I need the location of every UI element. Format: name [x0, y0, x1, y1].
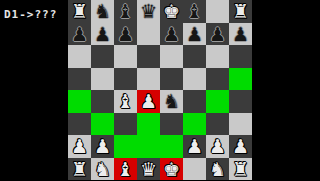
square-d8[interactable]: ♛	[137, 0, 160, 23]
black-pawn-icon: ♟	[94, 23, 111, 46]
square-f4[interactable]	[183, 90, 206, 113]
square-b8[interactable]: ♞	[91, 0, 114, 23]
square-b7[interactable]: ♟	[91, 23, 114, 46]
white-rook-icon: ♜	[232, 158, 249, 181]
square-e8[interactable]: ♚	[160, 0, 183, 23]
square-h4[interactable]	[229, 90, 252, 113]
square-e4[interactable]: ♞	[160, 90, 183, 113]
black-pawn-icon: ♟	[117, 23, 134, 46]
square-e7[interactable]: ♟	[160, 23, 183, 46]
black-pawn-icon: ♟	[209, 23, 226, 46]
square-h3[interactable]	[229, 113, 252, 136]
square-b6[interactable]	[91, 45, 114, 68]
white-rook-icon: ♜	[71, 158, 88, 181]
square-d5[interactable]	[137, 68, 160, 91]
square-e1[interactable]: ♚	[160, 158, 183, 181]
white-knight-icon: ♞	[94, 158, 111, 181]
square-b1[interactable]: ♞	[91, 158, 114, 181]
white-pawn-icon: ♟	[94, 135, 111, 158]
square-a1[interactable]: ♜	[68, 158, 91, 181]
square-d1[interactable]: ♛	[137, 158, 160, 181]
black-king-icon: ♚	[163, 0, 180, 23]
square-f7[interactable]: ♟	[183, 23, 206, 46]
square-a5[interactable]	[68, 68, 91, 91]
black-rook-icon: ♜	[71, 0, 88, 23]
black-pawn-icon: ♟	[163, 23, 180, 46]
square-d2[interactable]	[137, 135, 160, 158]
square-e3[interactable]	[160, 113, 183, 136]
square-h8[interactable]: ♜	[229, 0, 252, 23]
square-g5[interactable]	[206, 68, 229, 91]
square-d3[interactable]	[137, 113, 160, 136]
square-c6[interactable]	[114, 45, 137, 68]
white-pawn-icon: ♟	[232, 135, 249, 158]
square-g3[interactable]	[206, 113, 229, 136]
square-f3[interactable]	[183, 113, 206, 136]
square-a3[interactable]	[68, 113, 91, 136]
black-pawn-icon: ♟	[186, 23, 203, 46]
square-b5[interactable]	[91, 68, 114, 91]
square-c1[interactable]: ♝	[114, 158, 137, 181]
square-c3[interactable]	[114, 113, 137, 136]
square-f2[interactable]: ♟	[183, 135, 206, 158]
black-pawn-icon: ♟	[71, 23, 88, 46]
white-queen-icon: ♛	[140, 158, 157, 181]
square-g2[interactable]: ♟	[206, 135, 229, 158]
square-d7[interactable]	[137, 23, 160, 46]
app-screen: D1->??? ♜♞♝♛♚♝♜♟♟♟♟♟♟♟♝♟♞♟♟♟♟♟♜♞♝♛♚♞♜	[0, 0, 320, 180]
square-h1[interactable]: ♜	[229, 158, 252, 181]
square-e2[interactable]	[160, 135, 183, 158]
square-f1[interactable]	[183, 158, 206, 181]
square-a4[interactable]	[68, 90, 91, 113]
black-knight-icon: ♞	[94, 0, 111, 23]
square-c2[interactable]	[114, 135, 137, 158]
square-a7[interactable]: ♟	[68, 23, 91, 46]
square-b2[interactable]: ♟	[91, 135, 114, 158]
square-f5[interactable]	[183, 68, 206, 91]
move-prompt: D1->???	[4, 8, 57, 21]
black-queen-icon: ♛	[140, 0, 157, 23]
square-h2[interactable]: ♟	[229, 135, 252, 158]
square-g8[interactable]	[206, 0, 229, 23]
black-rook-icon: ♜	[232, 0, 249, 23]
square-e5[interactable]	[160, 68, 183, 91]
square-h6[interactable]	[229, 45, 252, 68]
square-d6[interactable]	[137, 45, 160, 68]
white-pawn-icon: ♟	[71, 135, 88, 158]
square-b3[interactable]	[91, 113, 114, 136]
white-pawn-icon: ♟	[140, 90, 157, 113]
square-c4[interactable]: ♝	[114, 90, 137, 113]
square-c7[interactable]: ♟	[114, 23, 137, 46]
square-c8[interactable]: ♝	[114, 0, 137, 23]
white-pawn-icon: ♟	[209, 135, 226, 158]
white-pawn-icon: ♟	[186, 135, 203, 158]
white-knight-icon: ♞	[209, 158, 226, 181]
square-g1[interactable]: ♞	[206, 158, 229, 181]
square-f8[interactable]: ♝	[183, 0, 206, 23]
black-pawn-icon: ♟	[232, 23, 249, 46]
black-bishop-icon: ♝	[117, 0, 134, 23]
square-c5[interactable]	[114, 68, 137, 91]
black-bishop-icon: ♝	[186, 0, 203, 23]
white-bishop-icon: ♝	[117, 158, 134, 181]
white-bishop-icon: ♝	[117, 90, 134, 113]
square-h5[interactable]	[229, 68, 252, 91]
chess-board: ♜♞♝♛♚♝♜♟♟♟♟♟♟♟♝♟♞♟♟♟♟♟♜♞♝♛♚♞♜	[68, 0, 252, 180]
square-e6[interactable]	[160, 45, 183, 68]
square-a6[interactable]	[68, 45, 91, 68]
square-a8[interactable]: ♜	[68, 0, 91, 23]
black-knight-icon: ♞	[163, 90, 180, 113]
square-f6[interactable]	[183, 45, 206, 68]
square-a2[interactable]: ♟	[68, 135, 91, 158]
square-g7[interactable]: ♟	[206, 23, 229, 46]
square-g6[interactable]	[206, 45, 229, 68]
square-b4[interactable]	[91, 90, 114, 113]
square-g4[interactable]	[206, 90, 229, 113]
square-d4[interactable]: ♟	[137, 90, 160, 113]
square-h7[interactable]: ♟	[229, 23, 252, 46]
white-king-icon: ♚	[163, 158, 180, 181]
